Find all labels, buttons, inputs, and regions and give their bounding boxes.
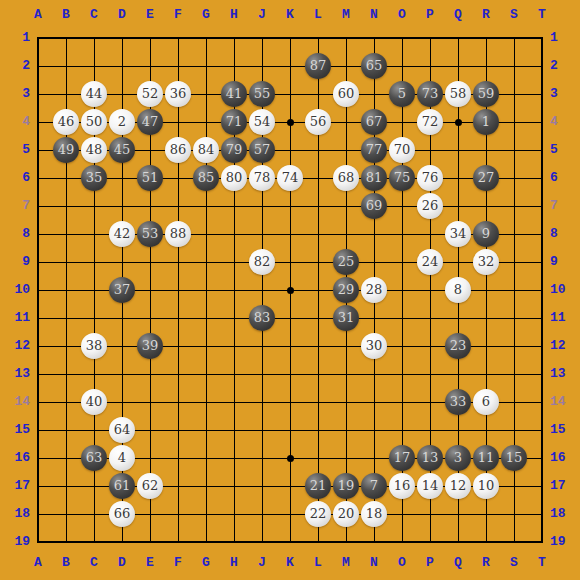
stone-white-42-D8: 42 [109, 221, 135, 247]
row-label-right-1: 1 [550, 29, 576, 47]
stone-white-64-D15: 64 [109, 417, 135, 443]
star-point-K4 [287, 119, 294, 126]
col-label-bottom-B: B [56, 554, 76, 572]
stone-black-15-S16: 15 [501, 445, 527, 471]
col-label-bottom-A: A [28, 554, 48, 572]
col-label-bottom-K: K [280, 554, 300, 572]
star-point-K10 [287, 287, 294, 294]
col-label-top-P: P [420, 6, 440, 24]
row-label-left-1: 1 [4, 29, 30, 47]
stone-white-52-E3: 52 [137, 81, 163, 107]
stone-white-24-P9: 24 [417, 249, 443, 275]
stone-white-22-L18: 22 [305, 501, 331, 527]
col-label-top-G: G [196, 6, 216, 24]
stone-white-6-R14: 6 [473, 389, 499, 415]
col-label-top-K: K [280, 6, 300, 24]
col-label-bottom-M: M [336, 554, 356, 572]
stone-black-9-R8: 9 [473, 221, 499, 247]
row-label-left-8: 8 [4, 225, 30, 243]
stone-white-46-B4: 46 [53, 109, 79, 135]
row-label-right-14: 14 [550, 393, 576, 411]
stone-white-10-R17: 10 [473, 473, 499, 499]
row-label-right-15: 15 [550, 421, 576, 439]
col-label-top-Q: Q [448, 6, 468, 24]
row-label-left-3: 3 [4, 85, 30, 103]
stone-black-3-Q16: 3 [445, 445, 471, 471]
row-label-left-7: 7 [4, 197, 30, 215]
col-label-top-S: S [504, 6, 524, 24]
stone-black-47-E4: 47 [137, 109, 163, 135]
stone-white-80-H6: 80 [221, 165, 247, 191]
row-label-right-4: 4 [550, 113, 576, 131]
col-label-bottom-G: G [196, 554, 216, 572]
row-label-left-9: 9 [4, 253, 30, 271]
stone-black-85-G6: 85 [193, 165, 219, 191]
stone-black-65-N2: 65 [361, 53, 387, 79]
col-label-top-J: J [252, 6, 272, 24]
stone-black-77-N5: 77 [361, 137, 387, 163]
stone-black-75-O6: 75 [389, 165, 415, 191]
stone-white-74-K6: 74 [277, 165, 303, 191]
col-label-top-O: O [392, 6, 412, 24]
stone-white-76-P6: 76 [417, 165, 443, 191]
stone-black-55-J3: 55 [249, 81, 275, 107]
stone-white-88-F8: 88 [165, 221, 191, 247]
stone-black-49-B5: 49 [53, 137, 79, 163]
stone-black-69-N7: 69 [361, 193, 387, 219]
col-label-bottom-Q: Q [448, 554, 468, 572]
stone-black-27-R6: 27 [473, 165, 499, 191]
row-label-right-8: 8 [550, 225, 576, 243]
stone-white-66-D18: 66 [109, 501, 135, 527]
stone-white-58-Q3: 58 [445, 81, 471, 107]
col-label-bottom-S: S [504, 554, 524, 572]
stone-white-62-E17: 62 [137, 473, 163, 499]
col-label-top-R: R [476, 6, 496, 24]
stone-white-38-C12: 38 [81, 333, 107, 359]
row-label-left-10: 10 [4, 281, 30, 299]
stone-black-21-L17: 21 [305, 473, 331, 499]
col-label-top-B: B [56, 6, 76, 24]
col-label-bottom-P: P [420, 554, 440, 572]
stone-black-63-C16: 63 [81, 445, 107, 471]
stone-black-87-L2: 87 [305, 53, 331, 79]
col-label-top-H: H [224, 6, 244, 24]
stone-black-83-J11: 83 [249, 305, 275, 331]
col-label-top-A: A [28, 6, 48, 24]
stone-black-7-N17: 7 [361, 473, 387, 499]
row-label-left-4: 4 [4, 113, 30, 131]
row-label-right-6: 6 [550, 169, 576, 187]
row-label-left-15: 15 [4, 421, 30, 439]
stone-white-50-C4: 50 [81, 109, 107, 135]
stone-black-23-Q12: 23 [445, 333, 471, 359]
stone-black-19-M17: 19 [333, 473, 359, 499]
stone-black-37-D10: 37 [109, 277, 135, 303]
stone-white-4-D16: 4 [109, 445, 135, 471]
stone-black-25-M9: 25 [333, 249, 359, 275]
stone-white-12-Q17: 12 [445, 473, 471, 499]
row-label-left-6: 6 [4, 169, 30, 187]
stone-black-17-O16: 17 [389, 445, 415, 471]
col-label-top-E: E [140, 6, 160, 24]
stone-white-14-P17: 14 [417, 473, 443, 499]
row-label-right-5: 5 [550, 141, 576, 159]
stone-black-81-N6: 81 [361, 165, 387, 191]
stone-black-41-H3: 41 [221, 81, 247, 107]
stone-black-61-D17: 61 [109, 473, 135, 499]
row-label-right-2: 2 [550, 57, 576, 75]
row-label-right-17: 17 [550, 477, 576, 495]
stone-black-51-E6: 51 [137, 165, 163, 191]
col-label-bottom-T: T [532, 554, 552, 572]
stone-black-53-E8: 53 [137, 221, 163, 247]
stone-white-48-C5: 48 [81, 137, 107, 163]
stone-black-59-R3: 59 [473, 81, 499, 107]
stone-white-2-D4: 2 [109, 109, 135, 135]
stone-white-70-O5: 70 [389, 137, 415, 163]
col-label-top-M: M [336, 6, 356, 24]
stone-white-8-Q10: 8 [445, 277, 471, 303]
row-label-left-5: 5 [4, 141, 30, 159]
col-label-top-D: D [112, 6, 132, 24]
stone-white-78-J6: 78 [249, 165, 275, 191]
stone-white-82-J9: 82 [249, 249, 275, 275]
col-label-bottom-E: E [140, 554, 160, 572]
stone-black-45-D5: 45 [109, 137, 135, 163]
row-label-right-7: 7 [550, 197, 576, 215]
row-label-right-13: 13 [550, 365, 576, 383]
stone-white-84-G5: 84 [193, 137, 219, 163]
row-label-right-10: 10 [550, 281, 576, 299]
stone-white-60-M3: 60 [333, 81, 359, 107]
stone-white-34-Q8: 34 [445, 221, 471, 247]
stone-black-11-R16: 11 [473, 445, 499, 471]
col-label-top-T: T [532, 6, 552, 24]
stone-black-39-E12: 39 [137, 333, 163, 359]
stone-white-32-R9: 32 [473, 249, 499, 275]
go-board-diagram: AABBCCDDEEFFGGHHJJKKLLMMNNOOPPQQRRSSTT11… [0, 0, 580, 580]
row-label-left-12: 12 [4, 337, 30, 355]
row-label-left-17: 17 [4, 477, 30, 495]
stone-white-30-N12: 30 [361, 333, 387, 359]
stone-white-26-P7: 26 [417, 193, 443, 219]
stone-black-29-M10: 29 [333, 277, 359, 303]
stone-white-20-M18: 20 [333, 501, 359, 527]
stone-black-67-N4: 67 [361, 109, 387, 135]
col-label-bottom-O: O [392, 554, 412, 572]
row-label-left-13: 13 [4, 365, 30, 383]
col-label-bottom-L: L [308, 554, 328, 572]
stone-black-71-H4: 71 [221, 109, 247, 135]
stone-black-1-R4: 1 [473, 109, 499, 135]
row-label-left-14: 14 [4, 393, 30, 411]
stone-black-35-C6: 35 [81, 165, 107, 191]
stone-white-28-N10: 28 [361, 277, 387, 303]
stone-black-79-H5: 79 [221, 137, 247, 163]
stone-white-56-L4: 56 [305, 109, 331, 135]
star-point-Q4 [455, 119, 462, 126]
stone-white-54-J4: 54 [249, 109, 275, 135]
col-label-bottom-F: F [168, 554, 188, 572]
stone-black-73-P3: 73 [417, 81, 443, 107]
col-label-bottom-D: D [112, 554, 132, 572]
stone-black-57-J5: 57 [249, 137, 275, 163]
star-point-K16 [287, 455, 294, 462]
stone-white-44-C3: 44 [81, 81, 107, 107]
stone-black-31-M11: 31 [333, 305, 359, 331]
row-label-left-16: 16 [4, 449, 30, 467]
col-label-top-L: L [308, 6, 328, 24]
row-label-left-19: 19 [4, 533, 30, 551]
col-label-top-N: N [364, 6, 384, 24]
col-label-bottom-R: R [476, 554, 496, 572]
row-label-right-9: 9 [550, 253, 576, 271]
row-label-left-18: 18 [4, 505, 30, 523]
stone-white-68-M6: 68 [333, 165, 359, 191]
row-label-right-11: 11 [550, 309, 576, 327]
row-label-right-18: 18 [550, 505, 576, 523]
col-label-bottom-J: J [252, 554, 272, 572]
row-label-right-12: 12 [550, 337, 576, 355]
stone-white-36-F3: 36 [165, 81, 191, 107]
row-label-right-16: 16 [550, 449, 576, 467]
stone-white-86-F5: 86 [165, 137, 191, 163]
row-label-right-3: 3 [550, 85, 576, 103]
row-label-left-11: 11 [4, 309, 30, 327]
col-label-bottom-H: H [224, 554, 244, 572]
stone-white-18-N18: 18 [361, 501, 387, 527]
col-label-top-C: C [84, 6, 104, 24]
row-label-right-19: 19 [550, 533, 576, 551]
stone-black-5-O3: 5 [389, 81, 415, 107]
stone-white-72-P4: 72 [417, 109, 443, 135]
col-label-bottom-N: N [364, 554, 384, 572]
row-label-left-2: 2 [4, 57, 30, 75]
stone-black-13-P16: 13 [417, 445, 443, 471]
col-label-bottom-C: C [84, 554, 104, 572]
col-label-top-F: F [168, 6, 188, 24]
stone-black-33-Q14: 33 [445, 389, 471, 415]
stone-white-16-O17: 16 [389, 473, 415, 499]
stone-white-40-C14: 40 [81, 389, 107, 415]
